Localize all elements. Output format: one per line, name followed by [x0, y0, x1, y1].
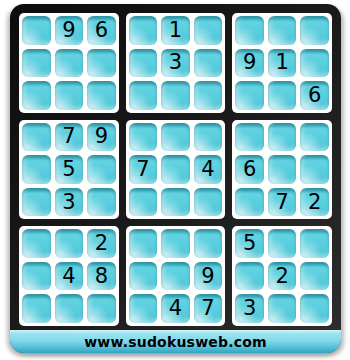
sudoku-cell-given[interactable]: 2	[87, 229, 116, 258]
sudoku-box: 96	[19, 13, 119, 113]
sudoku-cell-empty[interactable]	[22, 294, 51, 323]
sudoku-cell-given[interactable]: 6	[300, 81, 329, 110]
sudoku-cell-empty[interactable]	[235, 262, 264, 291]
sudoku-box: 672	[232, 120, 332, 220]
sudoku-cell-empty[interactable]	[268, 123, 297, 152]
sudoku-cell-empty[interactable]	[22, 155, 51, 184]
sudoku-cell-empty[interactable]	[194, 49, 223, 78]
sudoku-cell-empty[interactable]	[268, 16, 297, 45]
sudoku-cell-empty[interactable]	[161, 155, 190, 184]
sudoku-cell-empty[interactable]	[87, 155, 116, 184]
sudoku-cell-empty[interactable]	[22, 262, 51, 291]
sudoku-cell-given[interactable]: 7	[129, 155, 158, 184]
sudoku-cell-empty[interactable]	[55, 49, 84, 78]
sudoku-cell-given[interactable]: 3	[55, 188, 84, 217]
sudoku-cell-empty[interactable]	[300, 294, 329, 323]
sudoku-cell-empty[interactable]	[194, 123, 223, 152]
sudoku-cell-empty[interactable]	[300, 262, 329, 291]
sudoku-cell-empty[interactable]	[22, 49, 51, 78]
sudoku-cell-empty[interactable]	[235, 188, 264, 217]
sudoku-cell-given[interactable]: 1	[161, 16, 190, 45]
sudoku-cell-given[interactable]: 3	[161, 49, 190, 78]
sudoku-box: 248	[19, 226, 119, 326]
sudoku-cell-empty[interactable]	[235, 81, 264, 110]
sudoku-cell-empty[interactable]	[55, 81, 84, 110]
sudoku-cell-empty[interactable]	[55, 229, 84, 258]
sudoku-cell-empty[interactable]	[194, 188, 223, 217]
sudoku-cell-empty[interactable]	[129, 188, 158, 217]
sudoku-cell-given[interactable]: 9	[194, 262, 223, 291]
sudoku-cell-empty[interactable]	[161, 262, 190, 291]
sudoku-cell-given[interactable]: 5	[235, 229, 264, 258]
sudoku-box: 74	[126, 120, 226, 220]
sudoku-cell-given[interactable]: 7	[194, 294, 223, 323]
sudoku-cell-empty[interactable]	[194, 16, 223, 45]
sudoku-cell-empty[interactable]	[55, 294, 84, 323]
sudoku-cell-empty[interactable]	[22, 16, 51, 45]
sudoku-cell-empty[interactable]	[22, 229, 51, 258]
sudoku-cell-empty[interactable]	[300, 49, 329, 78]
sudoku-cell-empty[interactable]	[129, 16, 158, 45]
sudoku-box: 7953	[19, 120, 119, 220]
sudoku-box: 947	[126, 226, 226, 326]
sudoku-cell-given[interactable]: 6	[87, 16, 116, 45]
sudoku-cell-empty[interactable]	[268, 81, 297, 110]
sudoku-cell-given[interactable]: 8	[87, 262, 116, 291]
sudoku-cell-given[interactable]: 7	[55, 123, 84, 152]
sudoku-cell-empty[interactable]	[161, 188, 190, 217]
sudoku-cell-empty[interactable]	[129, 229, 158, 258]
footer-url[interactable]: www.sudokusweb.com	[84, 334, 267, 350]
sudoku-cell-given[interactable]: 4	[194, 155, 223, 184]
page: 9613916795374672248947523 www.sudokusweb…	[0, 0, 350, 360]
sudoku-cell-empty[interactable]	[268, 229, 297, 258]
sudoku-board: 9613916795374672248947523 www.sudokusweb…	[10, 4, 341, 353]
sudoku-cell-empty[interactable]	[300, 123, 329, 152]
sudoku-cell-empty[interactable]	[300, 155, 329, 184]
sudoku-cell-empty[interactable]	[194, 81, 223, 110]
sudoku-cell-empty[interactable]	[87, 49, 116, 78]
sudoku-cell-empty[interactable]	[129, 262, 158, 291]
sudoku-cell-empty[interactable]	[87, 188, 116, 217]
sudoku-box: 916	[232, 13, 332, 113]
sudoku-cell-empty[interactable]	[129, 49, 158, 78]
sudoku-cell-empty[interactable]	[300, 229, 329, 258]
sudoku-cell-empty[interactable]	[87, 294, 116, 323]
sudoku-cell-empty[interactable]	[268, 155, 297, 184]
sudoku-box: 523	[232, 226, 332, 326]
sudoku-cell-given[interactable]: 2	[268, 262, 297, 291]
sudoku-cell-given[interactable]: 9	[87, 123, 116, 152]
sudoku-cell-given[interactable]: 9	[235, 49, 264, 78]
sudoku-cell-given[interactable]: 9	[55, 16, 84, 45]
sudoku-box: 13	[126, 13, 226, 113]
sudoku-cell-given[interactable]: 4	[55, 262, 84, 291]
sudoku-grid: 9613916795374672248947523	[19, 13, 332, 326]
sudoku-cell-empty[interactable]	[235, 16, 264, 45]
sudoku-cell-empty[interactable]	[235, 123, 264, 152]
sudoku-cell-empty[interactable]	[129, 81, 158, 110]
sudoku-cell-empty[interactable]	[22, 188, 51, 217]
sudoku-cell-given[interactable]: 6	[235, 155, 264, 184]
sudoku-cell-empty[interactable]	[161, 123, 190, 152]
sudoku-cell-given[interactable]: 4	[161, 294, 190, 323]
sudoku-cell-empty[interactable]	[268, 294, 297, 323]
sudoku-cell-empty[interactable]	[129, 294, 158, 323]
sudoku-cell-given[interactable]: 2	[300, 188, 329, 217]
sudoku-cell-empty[interactable]	[87, 81, 116, 110]
sudoku-cell-empty[interactable]	[300, 16, 329, 45]
sudoku-cell-empty[interactable]	[194, 229, 223, 258]
sudoku-cell-empty[interactable]	[22, 123, 51, 152]
sudoku-cell-given[interactable]: 3	[235, 294, 264, 323]
sudoku-cell-given[interactable]: 7	[268, 188, 297, 217]
sudoku-cell-empty[interactable]	[129, 123, 158, 152]
sudoku-cell-empty[interactable]	[161, 81, 190, 110]
sudoku-cell-given[interactable]: 1	[268, 49, 297, 78]
sudoku-cell-empty[interactable]	[161, 229, 190, 258]
footer-bar: www.sudokusweb.com	[10, 330, 341, 353]
sudoku-cell-given[interactable]: 5	[55, 155, 84, 184]
sudoku-cell-empty[interactable]	[22, 81, 51, 110]
